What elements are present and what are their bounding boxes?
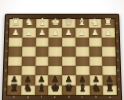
square-e8: ♚ <box>48 85 62 95</box>
rank-label-6: 6 <box>117 69 119 72</box>
white-knight-piece: ♞ <box>90 18 99 26</box>
black-bishop-piece: ♝ <box>37 84 46 93</box>
square-d8: ♛ <box>62 85 76 95</box>
white-pawn-piece: ♟ <box>12 28 20 35</box>
white-bishop-piece: ♝ <box>77 18 86 26</box>
square-h8: ♜ <box>7 85 21 95</box>
white-king-piece: ♚ <box>51 18 60 26</box>
square-d1: ♛ <box>62 19 75 28</box>
white-knight-piece: ♞ <box>25 18 34 26</box>
rank-label-5: 5 <box>5 60 7 63</box>
black-knight-piece: ♞ <box>91 84 101 93</box>
square-b2: ♟ <box>88 28 101 37</box>
square-f4 <box>35 47 49 56</box>
white-rook-piece: ♜ <box>103 18 112 26</box>
black-king-piece: ♚ <box>50 84 59 93</box>
board-squares: ♜♞♝♚♛♝♞♜♟♟♟♟♟♟♟♟♟♟♟♟♟♟♟♟♜♞♝♚♛♝♞♜ <box>7 19 117 95</box>
square-c3 <box>75 37 88 46</box>
square-h1: ♜ <box>9 19 22 28</box>
file-label-b: b <box>95 96 97 99</box>
rank-label-3: 3 <box>6 41 8 44</box>
square-a3 <box>102 37 116 46</box>
square-g1: ♞ <box>22 19 35 28</box>
rank-label-3: 3 <box>116 41 118 44</box>
rank-label-4: 4 <box>117 50 119 53</box>
rank-label-6: 6 <box>5 69 7 72</box>
rank-label-2: 2 <box>6 31 8 34</box>
square-a1: ♜ <box>101 19 114 28</box>
square-e4 <box>49 47 62 56</box>
square-g5 <box>21 56 35 66</box>
white-rook-piece: ♜ <box>11 18 20 26</box>
square-h3 <box>9 37 23 46</box>
square-b8: ♞ <box>89 85 103 95</box>
rank-label-2: 2 <box>116 31 118 34</box>
square-e2: ♟ <box>49 28 62 37</box>
rank-label-5: 5 <box>117 60 119 63</box>
white-bishop-piece: ♝ <box>38 18 47 26</box>
square-a4 <box>102 47 116 56</box>
board-frame: ♜♞♝♚♛♝♞♜♟♟♟♟♟♟♟♟♟♟♟♟♟♟♟♟♜♞♝♚♛♝♞♜ 1234567… <box>2 14 122 100</box>
square-f3 <box>35 37 48 46</box>
square-h4 <box>8 47 22 56</box>
black-rook-piece: ♜ <box>105 84 115 93</box>
white-pawn-piece: ♟ <box>78 28 85 35</box>
square-b5 <box>89 56 103 66</box>
square-e3 <box>49 37 62 46</box>
square-f1: ♝ <box>36 19 49 28</box>
black-queen-piece: ♛ <box>64 84 73 93</box>
black-knight-piece: ♞ <box>23 84 33 93</box>
file-label-f: f <box>41 96 42 99</box>
square-c1: ♝ <box>75 19 88 28</box>
file-label-h: h <box>13 96 15 99</box>
rank-label-7: 7 <box>117 79 119 82</box>
black-bishop-piece: ♝ <box>78 84 87 93</box>
square-a8: ♜ <box>103 85 117 95</box>
square-a5 <box>102 56 116 66</box>
square-c4 <box>75 47 89 56</box>
file-label-e: e <box>54 96 56 99</box>
square-b4 <box>89 47 103 56</box>
white-pawn-piece: ♟ <box>65 28 72 35</box>
chess-set-photo: ♜♞♝♚♛♝♞♜♟♟♟♟♟♟♟♟♟♟♟♟♟♟♟♟♜♞♝♚♛♝♞♜ 1234567… <box>0 0 124 100</box>
file-label-d: d <box>68 96 70 99</box>
square-d2: ♟ <box>62 28 75 37</box>
white-pawn-piece: ♟ <box>25 28 32 35</box>
square-b3 <box>89 37 102 46</box>
rank-label-4: 4 <box>6 50 8 53</box>
square-d5 <box>62 56 76 66</box>
square-h2: ♟ <box>9 28 22 37</box>
rank-label-1: 1 <box>6 22 8 25</box>
white-pawn-piece: ♟ <box>105 28 113 35</box>
square-g2: ♟ <box>22 28 35 37</box>
black-rook-piece: ♜ <box>9 84 19 93</box>
file-label-g: g <box>27 96 29 99</box>
square-g8: ♞ <box>21 85 35 95</box>
square-a2: ♟ <box>102 28 115 37</box>
file-label-a: a <box>109 96 111 99</box>
rank-label-1: 1 <box>116 22 118 25</box>
square-d4 <box>62 47 75 56</box>
square-f8: ♝ <box>35 85 49 95</box>
rank-label-7: 7 <box>5 79 7 82</box>
square-b1: ♞ <box>88 19 101 28</box>
white-queen-piece: ♛ <box>64 18 73 26</box>
square-c8: ♝ <box>76 85 90 95</box>
square-e1: ♚ <box>49 19 62 28</box>
white-pawn-piece: ♟ <box>91 28 98 35</box>
square-f2: ♟ <box>35 28 48 37</box>
square-e5 <box>48 56 62 66</box>
white-pawn-piece: ♟ <box>38 28 45 35</box>
file-label-c: c <box>82 96 84 99</box>
square-c5 <box>75 56 89 66</box>
white-pawn-piece: ♟ <box>52 28 59 35</box>
rank-label-8: 8 <box>4 89 6 92</box>
square-g3 <box>22 37 35 46</box>
square-h5 <box>8 56 22 66</box>
square-c2: ♟ <box>75 28 88 37</box>
file-labels-bottom: hgfedcba <box>7 95 117 100</box>
chess-board: ♜♞♝♚♛♝♞♜♟♟♟♟♟♟♟♟♟♟♟♟♟♟♟♟♜♞♝♚♛♝♞♜ 1234567… <box>2 14 122 100</box>
rank-label-8: 8 <box>118 89 120 92</box>
square-f5 <box>35 56 49 66</box>
square-g4 <box>22 47 36 56</box>
square-d3 <box>62 37 75 46</box>
